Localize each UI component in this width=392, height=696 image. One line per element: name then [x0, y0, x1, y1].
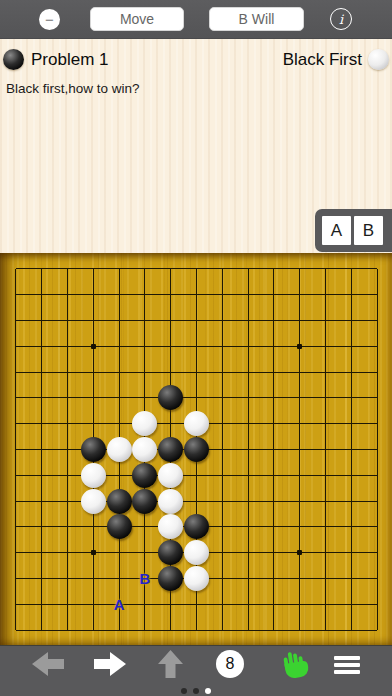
white-stone	[158, 514, 183, 539]
board-point[interactable]	[209, 308, 235, 334]
board-point[interactable]	[364, 540, 390, 566]
board-point[interactable]	[106, 385, 132, 411]
board-point[interactable]	[364, 411, 390, 437]
board-point[interactable]	[364, 514, 390, 540]
board-point[interactable]	[235, 591, 261, 617]
board-point[interactable]	[29, 566, 55, 592]
board-point[interactable]	[132, 540, 158, 566]
board-point[interactable]	[364, 591, 390, 617]
board-point[interactable]	[132, 411, 158, 437]
board-point[interactable]: B	[132, 566, 158, 592]
board-point[interactable]	[158, 333, 184, 359]
board-point[interactable]	[261, 617, 287, 643]
back-button[interactable]	[31, 651, 65, 677]
board-point[interactable]	[364, 256, 390, 282]
board-point[interactable]	[261, 359, 287, 385]
white-stone	[184, 566, 209, 591]
move-number-badge[interactable]: 8	[216, 650, 244, 678]
board-point[interactable]	[209, 488, 235, 514]
board-point[interactable]	[235, 282, 261, 308]
black-stone	[107, 514, 132, 539]
board-point[interactable]	[132, 359, 158, 385]
board-point[interactable]	[29, 437, 55, 463]
board-point[interactable]	[235, 359, 261, 385]
board-point[interactable]	[80, 488, 106, 514]
board-point[interactable]	[287, 566, 313, 592]
collapse-button[interactable]: −	[39, 9, 60, 30]
board-point[interactable]	[80, 385, 106, 411]
board-point[interactable]	[55, 308, 81, 334]
board-point[interactable]	[209, 411, 235, 437]
board-point[interactable]	[313, 256, 339, 282]
board-point[interactable]	[3, 333, 29, 359]
board-point[interactable]	[184, 617, 210, 643]
black-stone	[107, 489, 132, 514]
board-point[interactable]	[106, 359, 132, 385]
page-dot	[193, 688, 199, 694]
board-point[interactable]	[80, 437, 106, 463]
board-point[interactable]	[313, 540, 339, 566]
board-point[interactable]	[287, 359, 313, 385]
board-point[interactable]	[209, 540, 235, 566]
board-point[interactable]	[338, 514, 364, 540]
board-point[interactable]	[158, 359, 184, 385]
board-point[interactable]	[55, 385, 81, 411]
board-point[interactable]	[364, 566, 390, 592]
board-point[interactable]	[132, 514, 158, 540]
board-point[interactable]	[80, 617, 106, 643]
board-point[interactable]	[55, 256, 81, 282]
page-dot	[181, 688, 187, 694]
board-point[interactable]	[106, 540, 132, 566]
board-point[interactable]	[80, 282, 106, 308]
board-point[interactable]	[29, 359, 55, 385]
back-arrow-icon	[31, 651, 65, 677]
variation-b-button[interactable]: B	[354, 216, 383, 245]
board-point[interactable]	[313, 462, 339, 488]
board-point[interactable]	[158, 437, 184, 463]
up-arrow-icon	[157, 649, 184, 679]
board-point[interactable]	[338, 617, 364, 643]
board-point[interactable]	[209, 437, 235, 463]
board-point[interactable]	[364, 385, 390, 411]
board-point[interactable]	[364, 308, 390, 334]
board-point[interactable]	[132, 385, 158, 411]
page-dot	[205, 688, 211, 694]
board-point[interactable]	[184, 591, 210, 617]
b-will-mode-button[interactable]: B Will	[209, 7, 304, 31]
board-point[interactable]	[184, 333, 210, 359]
bottom-toolbar: 8	[0, 645, 392, 696]
board-point[interactable]	[158, 462, 184, 488]
board-point[interactable]	[29, 256, 55, 282]
board-point[interactable]	[3, 282, 29, 308]
board-point[interactable]	[3, 462, 29, 488]
white-stone-icon	[368, 49, 389, 70]
black-stone	[81, 437, 106, 462]
board-point[interactable]	[29, 462, 55, 488]
black-stone	[132, 489, 157, 514]
board-point[interactable]	[338, 566, 364, 592]
board-point[interactable]	[261, 540, 287, 566]
board-point[interactable]	[261, 411, 287, 437]
board-point[interactable]	[55, 333, 81, 359]
board-point[interactable]	[235, 308, 261, 334]
board-point[interactable]	[184, 540, 210, 566]
black-stone	[158, 566, 183, 591]
board-point[interactable]	[313, 437, 339, 463]
board-point[interactable]	[158, 540, 184, 566]
board-point[interactable]	[235, 333, 261, 359]
board-point[interactable]	[55, 359, 81, 385]
board-point[interactable]	[106, 514, 132, 540]
board-point[interactable]	[3, 488, 29, 514]
board-point[interactable]	[106, 333, 132, 359]
board-point[interactable]	[132, 437, 158, 463]
board-point[interactable]	[3, 256, 29, 282]
board-point[interactable]	[106, 308, 132, 334]
forward-button[interactable]	[93, 651, 127, 677]
board-point[interactable]	[106, 462, 132, 488]
board-point[interactable]	[132, 282, 158, 308]
board-point[interactable]	[158, 514, 184, 540]
board-point[interactable]	[364, 617, 390, 643]
board-point[interactable]	[55, 566, 81, 592]
board-point[interactable]	[3, 514, 29, 540]
board-point[interactable]	[132, 462, 158, 488]
board-point[interactable]	[209, 591, 235, 617]
info-icon: i	[339, 12, 343, 27]
star-point	[91, 344, 96, 349]
star-point	[297, 550, 302, 555]
board-point[interactable]	[158, 282, 184, 308]
board-point[interactable]	[338, 462, 364, 488]
board-point[interactable]	[29, 333, 55, 359]
board-point[interactable]	[235, 540, 261, 566]
board-point[interactable]	[287, 540, 313, 566]
board-point[interactable]	[3, 540, 29, 566]
board-point[interactable]	[338, 437, 364, 463]
problem-title: Problem 1	[31, 50, 108, 70]
board-point[interactable]	[209, 617, 235, 643]
board-point[interactable]	[80, 514, 106, 540]
board-point[interactable]	[3, 591, 29, 617]
board-point[interactable]	[261, 514, 287, 540]
board-point[interactable]	[313, 308, 339, 334]
board-point[interactable]	[80, 540, 106, 566]
board-point[interactable]	[261, 256, 287, 282]
white-stone	[81, 463, 106, 488]
board-point[interactable]	[364, 333, 390, 359]
black-stone	[184, 514, 209, 539]
board-point[interactable]	[313, 385, 339, 411]
board-point[interactable]	[313, 566, 339, 592]
board-point[interactable]	[158, 488, 184, 514]
white-stone	[132, 437, 157, 462]
board-point[interactable]	[338, 591, 364, 617]
black-stone	[184, 437, 209, 462]
board-point[interactable]	[80, 333, 106, 359]
minus-icon: −	[45, 11, 54, 28]
board-point[interactable]	[261, 437, 287, 463]
board-point[interactable]	[184, 411, 210, 437]
board-point[interactable]	[55, 591, 81, 617]
black-stone	[132, 463, 157, 488]
board-point[interactable]	[364, 462, 390, 488]
board-point[interactable]	[287, 308, 313, 334]
board-point[interactable]	[29, 540, 55, 566]
board-point[interactable]	[235, 617, 261, 643]
variation-a-button[interactable]: A	[322, 216, 351, 245]
board-point[interactable]	[209, 256, 235, 282]
hand-icon	[279, 649, 310, 680]
board-point[interactable]: A	[106, 591, 132, 617]
board-point[interactable]	[313, 488, 339, 514]
board-point[interactable]	[261, 385, 287, 411]
board-point[interactable]	[29, 308, 55, 334]
board-point[interactable]	[184, 437, 210, 463]
board-point[interactable]	[184, 256, 210, 282]
turn-indicator: Black First	[283, 49, 389, 70]
board-point[interactable]	[3, 411, 29, 437]
board-point[interactable]	[55, 437, 81, 463]
board-point[interactable]	[80, 591, 106, 617]
white-stone	[81, 489, 106, 514]
board-point[interactable]	[235, 256, 261, 282]
page-dots[interactable]	[181, 688, 211, 694]
board-point[interactable]	[313, 514, 339, 540]
board-point[interactable]	[235, 488, 261, 514]
board-point[interactable]	[158, 308, 184, 334]
board-point[interactable]	[313, 591, 339, 617]
board-point[interactable]	[29, 385, 55, 411]
black-stone	[158, 437, 183, 462]
board-point[interactable]	[80, 359, 106, 385]
turn-label: Black First	[283, 50, 362, 70]
white-stone	[132, 411, 157, 436]
board-point[interactable]	[338, 308, 364, 334]
go-board[interactable]: BA	[0, 253, 392, 645]
board-point[interactable]	[364, 282, 390, 308]
board-point[interactable]	[80, 462, 106, 488]
board-point[interactable]	[364, 488, 390, 514]
board-point[interactable]	[3, 437, 29, 463]
board-point[interactable]	[29, 514, 55, 540]
board-point[interactable]	[184, 282, 210, 308]
board-point[interactable]	[3, 617, 29, 643]
board-point[interactable]	[261, 282, 287, 308]
board-point[interactable]	[184, 488, 210, 514]
white-stone	[184, 411, 209, 436]
black-stone	[158, 540, 183, 565]
board-point[interactable]	[287, 488, 313, 514]
board-point[interactable]	[364, 437, 390, 463]
top-bar: − Move B Will i	[0, 0, 392, 38]
board-point[interactable]	[80, 256, 106, 282]
board-point[interactable]	[261, 591, 287, 617]
board-point[interactable]	[235, 385, 261, 411]
board-point[interactable]	[132, 488, 158, 514]
board-point[interactable]	[287, 514, 313, 540]
board-point[interactable]	[184, 385, 210, 411]
white-stone	[158, 463, 183, 488]
board-point[interactable]	[235, 566, 261, 592]
board-point[interactable]	[55, 462, 81, 488]
board-point[interactable]	[132, 617, 158, 643]
move-mode-button[interactable]: Move	[90, 7, 184, 31]
board-point[interactable]	[209, 359, 235, 385]
board-point[interactable]	[235, 411, 261, 437]
board-point[interactable]	[235, 514, 261, 540]
board-point[interactable]	[338, 282, 364, 308]
board-point[interactable]	[29, 411, 55, 437]
info-button[interactable]: i	[330, 8, 352, 30]
board-point[interactable]	[209, 566, 235, 592]
board-point[interactable]	[55, 617, 81, 643]
board-point[interactable]	[261, 488, 287, 514]
board-point[interactable]	[209, 385, 235, 411]
black-stone-icon	[3, 49, 24, 70]
board-point[interactable]	[287, 437, 313, 463]
board-point[interactable]	[261, 308, 287, 334]
white-stone	[184, 540, 209, 565]
board-point[interactable]	[364, 359, 390, 385]
menu-button[interactable]	[334, 656, 360, 674]
board-point[interactable]	[338, 488, 364, 514]
board-point[interactable]	[287, 256, 313, 282]
board-point[interactable]	[261, 333, 287, 359]
variation-selector: A B	[315, 209, 392, 252]
board-point[interactable]	[55, 540, 81, 566]
board-point[interactable]	[313, 282, 339, 308]
board-point[interactable]	[338, 411, 364, 437]
board-point[interactable]	[184, 462, 210, 488]
up-button[interactable]	[157, 649, 184, 679]
star-point	[91, 550, 96, 555]
board-point[interactable]	[158, 411, 184, 437]
board-point[interactable]	[209, 282, 235, 308]
board-point[interactable]	[287, 617, 313, 643]
board-point[interactable]	[106, 256, 132, 282]
board-point[interactable]	[209, 333, 235, 359]
menu-icon	[334, 656, 360, 660]
board-point[interactable]	[338, 540, 364, 566]
board-point[interactable]	[29, 591, 55, 617]
board-point[interactable]	[287, 282, 313, 308]
board-point[interactable]	[55, 514, 81, 540]
board-point[interactable]	[132, 308, 158, 334]
board-point[interactable]	[158, 591, 184, 617]
board-point[interactable]	[235, 462, 261, 488]
white-stone	[107, 437, 132, 462]
board-point[interactable]	[287, 411, 313, 437]
board-point[interactable]	[235, 437, 261, 463]
board-point[interactable]	[132, 591, 158, 617]
hand-button[interactable]	[279, 649, 310, 680]
board-point[interactable]	[184, 566, 210, 592]
board-point[interactable]	[106, 566, 132, 592]
board-point[interactable]	[184, 514, 210, 540]
board-point[interactable]	[3, 566, 29, 592]
board-point[interactable]	[313, 333, 339, 359]
board-point[interactable]	[287, 591, 313, 617]
black-stone	[158, 385, 183, 410]
board-point[interactable]	[184, 308, 210, 334]
board-point[interactable]	[132, 333, 158, 359]
board-point[interactable]	[184, 359, 210, 385]
board-point[interactable]	[158, 385, 184, 411]
board-point[interactable]	[80, 308, 106, 334]
move-option-A[interactable]: A	[106, 591, 132, 617]
board-point[interactable]	[158, 617, 184, 643]
problem-header: Problem 1	[3, 49, 108, 70]
board-point[interactable]	[29, 488, 55, 514]
board-point[interactable]	[338, 256, 364, 282]
board-point[interactable]	[313, 411, 339, 437]
board-point[interactable]	[338, 333, 364, 359]
board-point[interactable]	[106, 411, 132, 437]
board-point[interactable]	[80, 566, 106, 592]
board-point[interactable]	[158, 256, 184, 282]
board-point[interactable]	[287, 385, 313, 411]
board-point[interactable]	[106, 282, 132, 308]
forward-arrow-icon	[93, 651, 127, 677]
white-stone	[158, 489, 183, 514]
board-point[interactable]	[287, 462, 313, 488]
board-point[interactable]	[338, 385, 364, 411]
board-point[interactable]	[287, 333, 313, 359]
board-grid: BA	[3, 256, 390, 643]
board-point[interactable]	[106, 617, 132, 643]
board-point[interactable]	[3, 385, 29, 411]
board-point[interactable]	[338, 359, 364, 385]
board-point[interactable]	[29, 282, 55, 308]
board-point[interactable]	[29, 617, 55, 643]
board-point[interactable]	[132, 256, 158, 282]
problem-question: Black first,how to win?	[6, 81, 140, 96]
board-point[interactable]	[55, 282, 81, 308]
board-point[interactable]	[106, 437, 132, 463]
board-point[interactable]	[3, 359, 29, 385]
board-point[interactable]	[209, 462, 235, 488]
board-point[interactable]	[55, 411, 81, 437]
star-point	[297, 344, 302, 349]
board-point[interactable]	[158, 566, 184, 592]
board-point[interactable]	[3, 308, 29, 334]
move-option-B[interactable]: B	[132, 566, 158, 592]
board-point[interactable]	[209, 514, 235, 540]
board-point[interactable]	[80, 411, 106, 437]
board-point[interactable]	[313, 617, 339, 643]
board-point[interactable]	[313, 359, 339, 385]
board-point[interactable]	[55, 488, 81, 514]
board-point[interactable]	[261, 566, 287, 592]
board-point[interactable]	[261, 462, 287, 488]
board-point[interactable]	[106, 488, 132, 514]
